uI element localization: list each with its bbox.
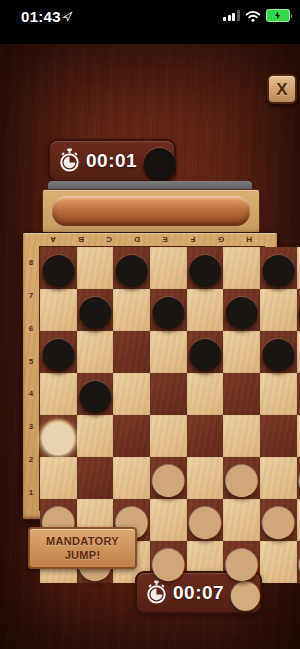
square-h1[interactable]: ● (297, 541, 300, 583)
square-d1[interactable]: ● (150, 541, 187, 583)
square-g7[interactable] (260, 289, 297, 331)
square-c4[interactable] (113, 415, 150, 457)
coord-label-5: 5 (23, 345, 39, 378)
square-g6[interactable]: ● (260, 331, 297, 373)
square-b6[interactable] (77, 331, 114, 373)
square-e3[interactable] (187, 457, 224, 499)
clock-time: 01:43 (21, 8, 61, 25)
stopwatch-icon (59, 148, 80, 173)
square-f2[interactable] (223, 499, 260, 541)
square-f7[interactable]: ● (223, 289, 260, 331)
square-f8[interactable] (223, 247, 260, 289)
black-piece-h7[interactable]: ● (297, 289, 300, 331)
white-piece-d1[interactable]: ● (150, 541, 187, 583)
square-d3[interactable]: ● (150, 457, 187, 499)
square-f1[interactable]: ● (223, 541, 260, 583)
square-h8[interactable] (297, 247, 300, 289)
battery-charging-icon (266, 9, 293, 22)
mandatory-jump-banner: MANDATORY JUMP! (28, 527, 137, 569)
square-c5[interactable] (113, 373, 150, 415)
white-piece-h1[interactable]: ● (297, 541, 300, 583)
square-b5[interactable]: ● (77, 373, 114, 415)
black-piece-g8[interactable]: ● (260, 247, 297, 289)
square-a4[interactable]: ● (40, 415, 77, 457)
checkers-board: ABCDEFGH ABCDEFGH 87654321 87654321 ●●●●… (22, 232, 278, 520)
close-button[interactable]: X (267, 74, 297, 104)
black-piece-c8[interactable]: ● (113, 247, 150, 289)
black-piece-g6[interactable]: ● (260, 331, 297, 373)
opponent-timer: 00:01 ● (48, 139, 176, 182)
coord-label-e: E (151, 233, 179, 246)
square-a8[interactable]: ● (40, 247, 77, 289)
square-c6[interactable] (113, 331, 150, 373)
black-piece-f7[interactable]: ● (223, 289, 260, 331)
square-g1[interactable] (260, 541, 297, 583)
coord-label-2: 2 (23, 443, 39, 476)
square-d2[interactable] (150, 499, 187, 541)
board-squares-grid: ●●●●●●●●●●●●●●●●●●●●●●●● (39, 246, 265, 511)
square-a5[interactable] (40, 373, 77, 415)
white-piece-h3[interactable]: ● (297, 457, 300, 499)
square-d5[interactable] (150, 373, 187, 415)
square-g5[interactable] (260, 373, 297, 415)
square-b4[interactable] (77, 415, 114, 457)
square-e6[interactable]: ● (187, 331, 224, 373)
square-h2[interactable] (297, 499, 300, 541)
square-e8[interactable]: ● (187, 247, 224, 289)
wifi-icon (245, 10, 261, 22)
square-c3[interactable] (113, 457, 150, 499)
square-h4[interactable] (297, 415, 300, 457)
square-h6[interactable] (297, 331, 300, 373)
square-h3[interactable]: ● (297, 457, 300, 499)
square-g8[interactable]: ● (260, 247, 297, 289)
square-f5[interactable] (223, 373, 260, 415)
square-d4[interactable] (150, 415, 187, 457)
white-piece-f1[interactable]: ● (223, 541, 260, 583)
square-d8[interactable] (150, 247, 187, 289)
square-a7[interactable] (40, 289, 77, 331)
location-icon (62, 11, 73, 22)
square-f3[interactable]: ● (223, 457, 260, 499)
square-a6[interactable]: ● (40, 331, 77, 373)
square-g4[interactable] (260, 415, 297, 457)
white-piece-a4[interactable]: ● (40, 415, 77, 457)
square-a3[interactable] (40, 457, 77, 499)
square-e5[interactable] (187, 373, 224, 415)
square-g3[interactable] (260, 457, 297, 499)
square-d6[interactable] (150, 331, 187, 373)
status-bar: 01:43 (0, 0, 300, 44)
white-piece-d3[interactable]: ● (150, 457, 187, 499)
square-e7[interactable] (187, 289, 224, 331)
square-e2[interactable]: ● (187, 499, 224, 541)
rank-labels-left: 87654321 (23, 246, 39, 509)
coord-label-3: 3 (23, 410, 39, 443)
square-h5[interactable] (297, 373, 300, 415)
square-f6[interactable] (223, 331, 260, 373)
white-piece-g2[interactable]: ● (260, 499, 297, 541)
captured-pieces-tray-top (42, 189, 260, 234)
coord-label-1: 1 (23, 476, 39, 509)
square-c7[interactable] (113, 289, 150, 331)
square-b7[interactable]: ● (77, 289, 114, 331)
square-h7[interactable]: ● (297, 289, 300, 331)
black-piece-icon: ● (141, 140, 178, 182)
white-piece-e2[interactable]: ● (187, 499, 224, 541)
signal-icon (223, 10, 240, 21)
coord-label-4: 4 (23, 378, 39, 411)
square-b8[interactable] (77, 247, 114, 289)
square-f4[interactable] (223, 415, 260, 457)
square-g2[interactable]: ● (260, 499, 297, 541)
white-piece-f3[interactable]: ● (223, 457, 260, 499)
coord-label-6: 6 (23, 312, 39, 345)
coord-label-8: 8 (23, 246, 39, 279)
black-piece-e8[interactable]: ● (187, 247, 224, 289)
black-piece-a6[interactable]: ● (40, 331, 77, 373)
banner-line2: JUMP! (65, 548, 101, 562)
square-b3[interactable] (77, 457, 114, 499)
checkers-app-screen: 01:43 X (0, 0, 300, 649)
banner-line1: MANDATORY (46, 534, 119, 548)
black-piece-b5[interactable]: ● (77, 373, 114, 415)
black-piece-b7[interactable]: ● (77, 289, 114, 331)
black-piece-d7[interactable]: ● (150, 289, 187, 331)
square-e4[interactable] (187, 415, 224, 457)
black-piece-e6[interactable]: ● (187, 331, 224, 373)
square-c8[interactable]: ● (113, 247, 150, 289)
black-piece-a8[interactable]: ● (40, 247, 77, 289)
tray-groove (52, 196, 250, 226)
coord-label-h: H (235, 233, 263, 246)
square-d7[interactable]: ● (150, 289, 187, 331)
opponent-timer-value: 00:01 (86, 150, 137, 172)
coord-label-7: 7 (23, 279, 39, 312)
